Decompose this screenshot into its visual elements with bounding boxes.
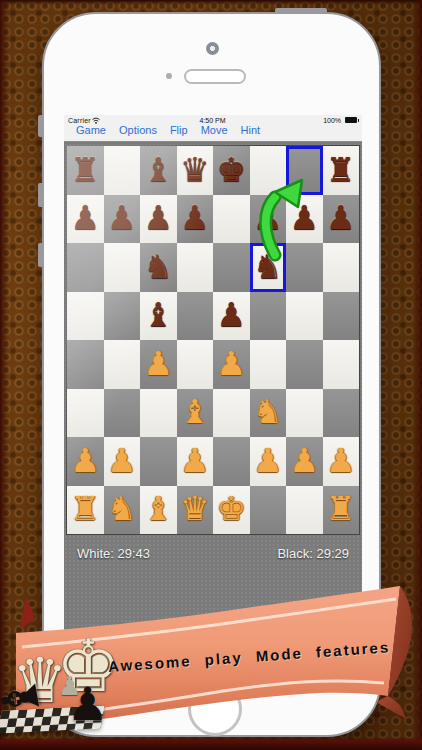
black-pawn-g7[interactable]: ♟: [289, 201, 319, 234]
white-pawn-b2[interactable]: ♟: [107, 444, 137, 477]
black-pawn-c7[interactable]: ♟: [143, 201, 173, 234]
front-camera-icon: [206, 42, 219, 55]
status-time: 4:50 PM: [68, 117, 357, 124]
square-e1[interactable]: ♚: [213, 486, 250, 535]
menu-item-hint[interactable]: Hint: [241, 124, 261, 136]
white-pawn-e4[interactable]: ♟: [216, 347, 246, 380]
white-pawn-c4[interactable]: ♟: [143, 347, 173, 380]
square-h8[interactable]: ♜: [323, 146, 360, 195]
square-e5[interactable]: ♟: [213, 292, 250, 341]
square-g5[interactable]: [286, 292, 323, 341]
square-d7[interactable]: ♟: [177, 195, 214, 244]
square-c1[interactable]: ♝: [140, 486, 177, 535]
square-g7[interactable]: ♟: [286, 195, 323, 244]
square-c5[interactable]: ♝: [140, 292, 177, 341]
black-pawn-e5[interactable]: ♟: [216, 298, 246, 331]
square-c8[interactable]: ♝: [140, 146, 177, 195]
battery-percent: 100%: [323, 117, 341, 124]
chess-board: ♜♝♛♚♜♟♟♟♟♟♟♟♞♞♝♟♟♟♝♞♟♟♟♟♟♟♜♞♝♛♚♜: [66, 145, 360, 535]
black-king-e8[interactable]: ♚: [216, 153, 246, 186]
menu-item-game[interactable]: Game: [76, 124, 106, 136]
menu-item-flip[interactable]: Flip: [170, 124, 188, 136]
square-b8[interactable]: [104, 146, 141, 195]
square-e3[interactable]: [213, 389, 250, 438]
square-a1[interactable]: ♜: [67, 486, 104, 535]
square-a4[interactable]: [67, 340, 104, 389]
white-pawn-g2[interactable]: ♟: [289, 444, 319, 477]
white-king-e1[interactable]: ♚: [216, 492, 246, 525]
square-e6[interactable]: [213, 243, 250, 292]
app-store-screenshot: Carrier 4:50 PM 100% Game Options: [0, 0, 422, 750]
square-a8[interactable]: ♜: [67, 146, 104, 195]
square-b5[interactable]: [104, 292, 141, 341]
black-pawn-a7[interactable]: ♟: [70, 201, 100, 234]
square-c7[interactable]: ♟: [140, 195, 177, 244]
square-g1[interactable]: [286, 486, 323, 535]
square-a6[interactable]: [67, 243, 104, 292]
white-pawn-h2[interactable]: ♟: [326, 444, 356, 477]
square-d8[interactable]: ♛: [177, 146, 214, 195]
square-h1[interactable]: ♜: [323, 486, 360, 535]
square-e7[interactable]: [213, 195, 250, 244]
square-d4[interactable]: [177, 340, 214, 389]
black-queen-d8[interactable]: ♛: [180, 153, 210, 186]
square-b3[interactable]: [104, 389, 141, 438]
earpiece-speaker: [184, 69, 246, 84]
power-button: [275, 8, 327, 14]
white-knight-b1[interactable]: ♞: [107, 492, 137, 525]
promo-ribbon: ♛♚♟♟♝ Awesome play Mode features: [0, 555, 422, 750]
square-g4[interactable]: [286, 340, 323, 389]
square-f1[interactable]: [250, 486, 287, 535]
square-g6[interactable]: [286, 243, 323, 292]
square-b4[interactable]: [104, 340, 141, 389]
square-d5[interactable]: [177, 292, 214, 341]
square-b6[interactable]: [104, 243, 141, 292]
white-pawn-f2[interactable]: ♟: [253, 444, 283, 477]
square-b1[interactable]: ♞: [104, 486, 141, 535]
square-f4[interactable]: [250, 340, 287, 389]
square-f2[interactable]: ♟: [250, 437, 287, 486]
square-c2[interactable]: [140, 437, 177, 486]
square-c3[interactable]: [140, 389, 177, 438]
square-h2[interactable]: ♟: [323, 437, 360, 486]
white-pawn-a2[interactable]: ♟: [70, 444, 100, 477]
battery-status: 100%: [323, 117, 357, 124]
black-rook-a8[interactable]: ♜: [70, 153, 100, 186]
square-d6[interactable]: [177, 243, 214, 292]
banner-black-pawn-icon: ♟: [67, 681, 108, 727]
black-pawn-h7[interactable]: ♟: [326, 201, 356, 234]
square-h7[interactable]: ♟: [323, 195, 360, 244]
square-f8[interactable]: [250, 146, 287, 195]
mute-switch: [38, 115, 44, 137]
square-c6[interactable]: ♞: [140, 243, 177, 292]
black-bishop-c8[interactable]: ♝: [143, 153, 173, 186]
square-f7[interactable]: ♟: [250, 195, 287, 244]
volume-up-button: [38, 183, 44, 207]
square-d1[interactable]: ♛: [177, 486, 214, 535]
black-pawn-d7[interactable]: ♟: [180, 201, 210, 234]
white-rook-a1[interactable]: ♜: [70, 492, 100, 525]
square-h6[interactable]: [323, 243, 360, 292]
menu-bar: Game Options Flip Move Hint: [76, 124, 260, 136]
menu-item-options[interactable]: Options: [119, 124, 157, 136]
battery-icon: [345, 117, 357, 123]
square-a7[interactable]: ♟: [67, 195, 104, 244]
square-g2[interactable]: ♟: [286, 437, 323, 486]
banner-chess-pieces-art: ♛♚♟♟♝: [0, 555, 140, 750]
proximity-sensor-icon: [166, 73, 172, 79]
menu-item-move[interactable]: Move: [201, 124, 228, 136]
square-f3[interactable]: ♞: [250, 389, 287, 438]
square-a3[interactable]: [67, 389, 104, 438]
square-b7[interactable]: ♟: [104, 195, 141, 244]
white-knight-f3[interactable]: ♞: [253, 395, 283, 428]
square-f6[interactable]: ♞: [250, 243, 287, 292]
frame-edge-top: [0, 0, 422, 5]
black-rook-h8[interactable]: ♜: [326, 153, 356, 186]
square-f5[interactable]: [250, 292, 287, 341]
square-h3[interactable]: [323, 389, 360, 438]
square-g3[interactable]: [286, 389, 323, 438]
square-e8[interactable]: ♚: [213, 146, 250, 195]
black-pawn-b7[interactable]: ♟: [107, 201, 137, 234]
white-queen-d1[interactable]: ♛: [180, 492, 210, 525]
square-h5[interactable]: [323, 292, 360, 341]
square-e4[interactable]: ♟: [213, 340, 250, 389]
banner-fallen-bishop-icon: ♝: [0, 672, 49, 725]
white-bishop-d3[interactable]: ♝: [180, 395, 210, 428]
black-knight-f6[interactable]: ♞: [253, 250, 283, 283]
square-a5[interactable]: [67, 292, 104, 341]
white-rook-h1[interactable]: ♜: [326, 492, 356, 525]
volume-down-button: [38, 243, 44, 267]
square-d3[interactable]: ♝: [177, 389, 214, 438]
black-pawn-f7[interactable]: ♟: [253, 201, 283, 234]
square-b2[interactable]: ♟: [104, 437, 141, 486]
square-c4[interactable]: ♟: [140, 340, 177, 389]
square-d2[interactable]: ♟: [177, 437, 214, 486]
black-knight-c6[interactable]: ♞: [143, 250, 173, 283]
square-h4[interactable]: [323, 340, 360, 389]
square-a2[interactable]: ♟: [67, 437, 104, 486]
white-pawn-d2[interactable]: ♟: [180, 444, 210, 477]
square-g8[interactable]: [286, 146, 323, 195]
top-bar: Carrier 4:50 PM 100% Game Options: [64, 115, 362, 142]
square-e2[interactable]: [213, 437, 250, 486]
black-bishop-c5[interactable]: ♝: [143, 298, 173, 331]
white-bishop-c1[interactable]: ♝: [143, 492, 173, 525]
